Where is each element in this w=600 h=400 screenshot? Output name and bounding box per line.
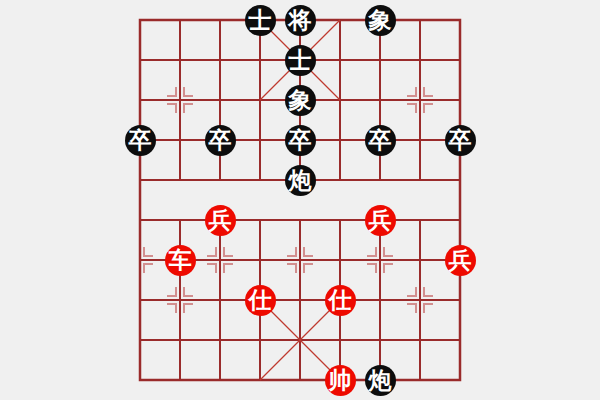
piece-black-advisor[interactable]: 士 [285,45,316,76]
piece-black-cannon[interactable]: 炮 [365,365,396,396]
piece-black-soldier[interactable]: 卒 [445,125,476,156]
xiangqi-board: 士将象士象卒卒卒卒卒炮兵兵车兵仕仕帅炮 [0,0,600,400]
piece-red-chariot[interactable]: 车 [165,245,196,276]
piece-black-soldier[interactable]: 卒 [285,125,316,156]
piece-red-soldier[interactable]: 兵 [445,245,476,276]
piece-red-soldier[interactable]: 兵 [205,205,236,236]
piece-black-cannon[interactable]: 炮 [285,165,316,196]
piece-red-advisor[interactable]: 仕 [245,285,276,316]
piece-black-soldier[interactable]: 卒 [365,125,396,156]
piece-black-elephant[interactable]: 象 [285,85,316,116]
piece-black-general[interactable]: 将 [285,5,316,36]
piece-black-elephant[interactable]: 象 [365,5,396,36]
piece-black-soldier[interactable]: 卒 [125,125,156,156]
piece-red-advisor[interactable]: 仕 [325,285,356,316]
pieces-layer: 士将象士象卒卒卒卒卒炮兵兵车兵仕仕帅炮 [120,0,480,400]
piece-red-general[interactable]: 帅 [325,365,356,396]
piece-red-soldier[interactable]: 兵 [365,205,396,236]
piece-black-advisor[interactable]: 士 [245,5,276,36]
piece-black-soldier[interactable]: 卒 [205,125,236,156]
